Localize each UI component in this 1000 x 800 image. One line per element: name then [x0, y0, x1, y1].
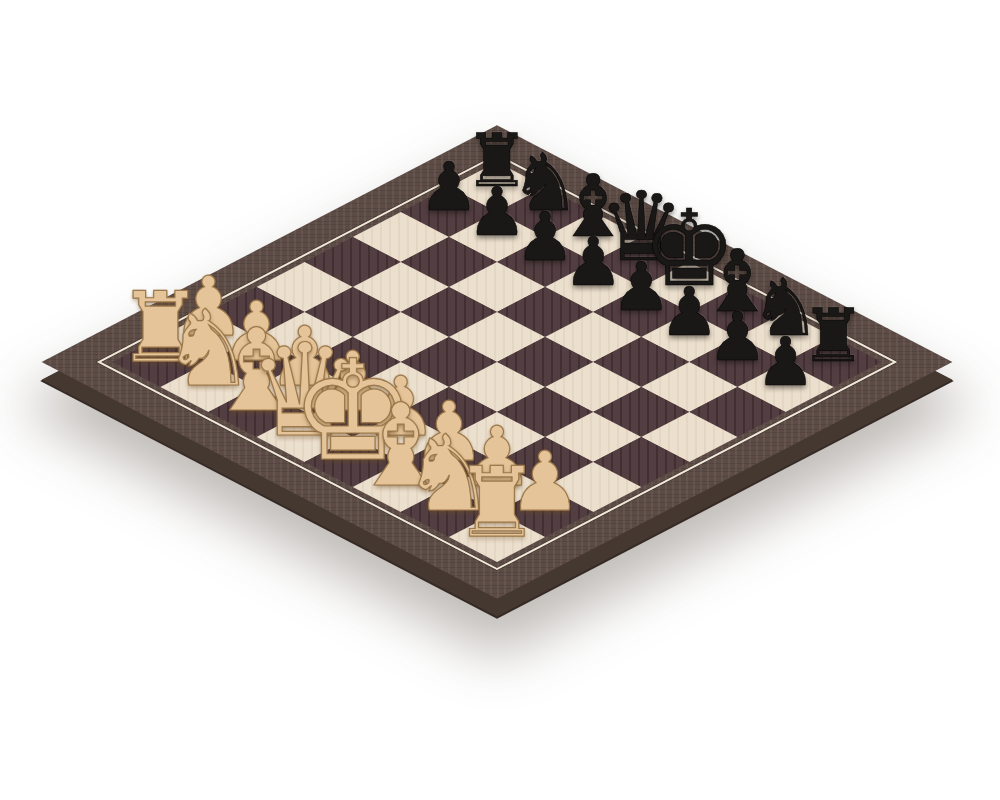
product-photo-background: ♜♞♝♛♚♝♞♜♟♟♟♟♟♟♟♟♟♟♟♟♟♟♟♟♜♞♝♛♚♝♞♜: [0, 0, 1000, 800]
piece-glyph: ♟: [755, 329, 815, 396]
piece-glyph: ♜: [454, 454, 541, 551]
maple-inlay-line: ♜♞♝♛♚♝♞♜♟♟♟♟♟♟♟♟♟♟♟♟♟♟♟♟♜♞♝♛♚♝♞♜: [97, 154, 897, 570]
square-h1: ♜: [449, 512, 545, 562]
chess-board: ♜♞♝♛♚♝♞♜♟♟♟♟♟♟♟♟♟♟♟♟♟♟♟♟♜♞♝♛♚♝♞♜: [42, 125, 953, 599]
board-grid: ♜♞♝♛♚♝♞♜♟♟♟♟♟♟♟♟♟♟♟♟♟♟♟♟♜♞♝♛♚♝♞♜: [112, 162, 881, 562]
